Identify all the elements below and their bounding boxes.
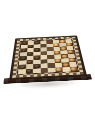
board-outer-rim: ⛂⛂⛀⛂⛀⛀⛂⛂⛀⛂⛀⛀⛂⛂⛀⛂⛀⛀⛂⛂⛀⛂⛀⛀ <box>9 35 87 79</box>
light-checker-piece: ⛀ <box>70 67 77 71</box>
dark-checker-piece: ⛂ <box>26 69 32 73</box>
product-photo-scene: ⛂⛂⛀⛂⛀⛀⛂⛂⛀⛂⛀⛀⛂⛂⛀⛂⛀⛀⛂⛂⛀⛂⛀⛀ <box>0 0 95 126</box>
board-square <box>33 68 40 73</box>
checkers-board: ⛂⛂⛀⛂⛀⛀⛂⛂⛀⛂⛀⛀⛂⛂⛀⛂⛀⛀⛂⛂⛀⛂⛀⛀ <box>9 35 87 79</box>
light-checker-piece: ⛀ <box>56 68 62 72</box>
board-square: ⛀ <box>70 66 78 71</box>
board-field: ⛂⛂⛀⛂⛀⛀⛂⛂⛀⛂⛀⛀⛂⛂⛀⛂⛀⛀⛂⛂⛀⛂⛀⛀ <box>17 39 79 75</box>
board-mosaic-border: ⛂⛂⛀⛂⛀⛀⛂⛂⛀⛂⛀⛀⛂⛂⛀⛂⛀⛀⛂⛂⛀⛂⛀⛀ <box>12 37 84 78</box>
